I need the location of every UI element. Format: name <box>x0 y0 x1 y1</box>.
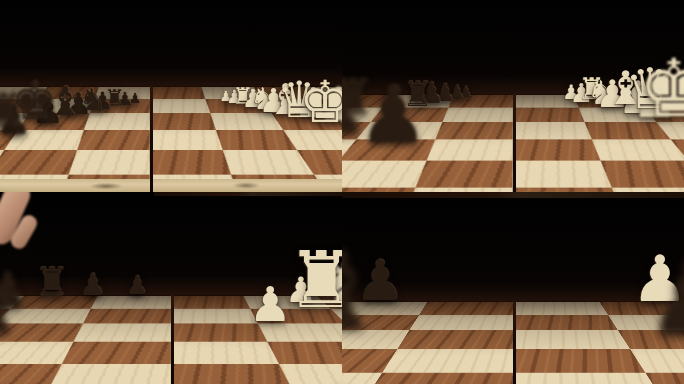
video-frame-3: ♝♟♜♟♟♟♟♜♞ <box>0 192 342 384</box>
pieces-layer: ♝♟♟♟ <box>342 192 684 384</box>
chess-piece-dark-pawn: ♟ <box>646 249 684 349</box>
chess-piece-light-king: ♚ <box>638 49 684 129</box>
top-wood-strip <box>154 192 342 196</box>
video-frame-2: ♟♜♟♜♟♟♟♟♟♟♜♞♟♝♟♛♟♚ <box>342 0 684 192</box>
video-frame-grid: ♜♟♚♟♝♟♞♟♜♟♟♟♟♜♟♞♟♝♛♟♚♟ ♟♜♟♜♟♟♟♟♟♟♜♞♟♝♟♛♟… <box>0 0 684 384</box>
pieces-layer: ♟♜♟♜♟♟♟♟♟♟♜♞♟♝♟♛♟♚ <box>342 0 684 192</box>
chess-piece-dark-bishop: ♝ <box>342 239 386 344</box>
top-wood-strip <box>342 192 684 198</box>
chess-piece-light-rook: ♜ <box>287 241 343 319</box>
chess-piece-light-pawn: ♟ <box>249 280 292 328</box>
chess-piece-dark-pawn: ♟ <box>358 76 428 154</box>
chess-piece-dark-pawn: ♟ <box>126 273 148 298</box>
pieces-layer: ♝♟♜♟♟♟♟♜♞ <box>0 192 342 384</box>
video-frame-4: ♝♟♟♟ <box>342 192 684 384</box>
chess-piece-light-king: ♚ <box>299 73 342 131</box>
chess-piece-dark-bishop: ♝ <box>0 280 23 340</box>
video-frame-1: ♜♟♚♟♝♟♞♟♜♟♟♟♟♜♟♞♟♝♛♟♚♟ <box>0 0 342 192</box>
player-hand <box>0 192 46 272</box>
chess-piece-dark-king: ♚ <box>11 75 58 127</box>
pieces-layer: ♜♟♚♟♝♟♞♟♜♟♟♟♟♜♟♞♟♝♛♟♚♟ <box>0 0 342 192</box>
chess-piece-dark-pawn: ♟ <box>79 270 106 300</box>
